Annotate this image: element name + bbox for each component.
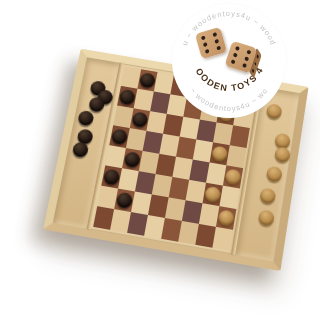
die-pip: [203, 42, 208, 47]
checker-piece-black[interactable]: [103, 168, 121, 185]
checker-piece-black[interactable]: [139, 72, 156, 88]
checker-piece-black[interactable]: [119, 89, 136, 105]
die-pip: [244, 56, 249, 61]
die-pip: [214, 39, 219, 44]
checker-piece-black[interactable]: [116, 192, 134, 209]
die-pip: [216, 46, 221, 51]
checker-piece-wood[interactable]: [224, 168, 241, 185]
tray-checker-wood[interactable]: [266, 166, 283, 183]
board-square[interactable]: [230, 125, 250, 148]
die-pip: [242, 63, 247, 68]
product-photo-stage: u ~ woodentoys4u ~ wood ~ woodentoys4u ~…: [0, 0, 320, 320]
checker-piece-wood[interactable]: [204, 186, 221, 203]
tray-checker-wood[interactable]: [257, 209, 274, 226]
watermark-logo: u ~ woodentoys4u ~ wood ~ woodentoys4u ~…: [172, 4, 286, 118]
die-side-pip: [256, 54, 259, 59]
die-pip: [235, 46, 240, 51]
checker-piece-wood[interactable]: [211, 145, 228, 162]
checker-piece-black[interactable]: [124, 151, 142, 168]
die-side-pip: [254, 61, 257, 66]
die-pip: [201, 35, 206, 40]
tray-checker-wood[interactable]: [274, 146, 291, 163]
die-pip: [212, 32, 217, 37]
board-square[interactable]: [216, 206, 236, 230]
die-pip: [231, 60, 236, 65]
die-pip: [246, 49, 251, 54]
checker-piece-black[interactable]: [111, 128, 128, 145]
tray-checker-wood[interactable]: [259, 187, 276, 204]
die-pip: [205, 49, 210, 54]
board-square[interactable]: [219, 186, 239, 209]
die-pip: [233, 53, 238, 58]
board-square[interactable]: [212, 227, 233, 251]
die-side-pip: [252, 68, 255, 73]
board-square[interactable]: [226, 145, 246, 168]
svg-text:u ~ woodentoys4u ~ wood: u ~ woodentoys4u ~ wood: [180, 9, 278, 47]
checker-piece-black[interactable]: [131, 111, 148, 128]
board-square[interactable]: [223, 165, 243, 188]
ring-text-top: u ~ woodentoys4u ~ wood: [180, 9, 278, 47]
tray-checker-black[interactable]: [77, 110, 94, 127]
tray-checker-black[interactable]: [88, 96, 105, 113]
checker-piece-wood[interactable]: [217, 209, 234, 226]
